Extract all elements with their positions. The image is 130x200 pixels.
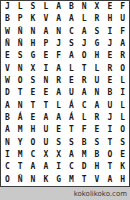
grid-cell-r15c9[interactable]: A [103, 174, 116, 186]
grid-cell-r6c3[interactable]: X [27, 63, 40, 75]
grid-cell-r13c1[interactable]: I [1, 149, 14, 161]
grid-cell-r3c2[interactable]: Ñ [14, 26, 27, 38]
footer-bar: kokolikoko.com [0, 187, 130, 200]
grid-cell-r2c10[interactable]: U [116, 13, 129, 25]
grid-cell-r4c9[interactable]: J [103, 38, 116, 50]
grid-cell-r6c6[interactable]: L [65, 63, 78, 75]
grid-cell-r2c5[interactable]: A [52, 13, 65, 25]
grid-cell-r12c1[interactable]: N [1, 137, 14, 149]
grid-cell-r8c4[interactable]: E [39, 87, 52, 99]
grid-cell-r6c1[interactable]: V [1, 63, 14, 75]
grid-cell-r3c3[interactable]: N [27, 26, 40, 38]
word-search-board: JLSLABNXEFBPKVAALRHUWÑNANCASIFÑÑHPJSJGJA… [0, 0, 130, 187]
grid-cell-r14c3[interactable]: A [27, 161, 40, 173]
grid-cell-r14c6[interactable]: C [65, 161, 78, 173]
grid-cell-r1c3[interactable]: S [27, 1, 40, 13]
grid-cell-r9c8[interactable]: A [91, 100, 104, 112]
grid-cell-r4c3[interactable]: H [27, 38, 40, 50]
grid-cell-r11c5[interactable]: E [52, 124, 65, 136]
grid-cell-r15c7[interactable]: T [78, 174, 91, 186]
grid-cell-r5c3[interactable]: G [27, 50, 40, 62]
grid-cell-r5c6[interactable]: A [65, 50, 78, 62]
grid-cell-r10c5[interactable]: A [52, 112, 65, 124]
grid-cell-r12c2[interactable]: Y [14, 137, 27, 149]
grid-cell-r10c6[interactable]: Á [65, 112, 78, 124]
grid-cell-r1c5[interactable]: A [52, 1, 65, 13]
grid-cell-r2c9[interactable]: H [103, 13, 116, 25]
grid-cell-r11c4[interactable]: U [39, 124, 52, 136]
grid-cell-r3c1[interactable]: W [1, 26, 14, 38]
grid-cell-r8c3[interactable]: E [27, 87, 40, 99]
grid-cell-r1c9[interactable]: E [103, 1, 116, 13]
grid-cell-r15c6[interactable]: M [65, 174, 78, 186]
grid-cell-r15c4[interactable]: K [39, 174, 52, 186]
grid-cell-r4c10[interactable]: A [116, 38, 129, 50]
grid-cell-r11c2[interactable]: M [14, 124, 27, 136]
grid-cell-r12c7[interactable]: B [78, 137, 91, 149]
grid-cell-r7c10[interactable]: L [116, 75, 129, 87]
grid-cell-r10c1[interactable]: B [1, 112, 14, 124]
grid-cell-r8c9[interactable]: B [103, 87, 116, 99]
grid-cell-r5c5[interactable]: F [52, 50, 65, 62]
grid-cell-r3c8[interactable]: S [91, 26, 104, 38]
grid-cell-r3c7[interactable]: A [78, 26, 91, 38]
grid-cell-r7c4[interactable]: N [39, 75, 52, 87]
grid-cell-r13c7[interactable]: M [78, 149, 91, 161]
grid-cell-r6c7[interactable]: T [78, 63, 91, 75]
grid-cell-r5c4[interactable]: E [39, 50, 52, 62]
grid-cell-r6c9[interactable]: R [103, 63, 116, 75]
grid-cell-r4c6[interactable]: S [65, 38, 78, 50]
grid-cell-r2c4[interactable]: V [39, 13, 52, 25]
grid-cell-r3c4[interactable]: A [39, 26, 52, 38]
grid-cell-r9c9[interactable]: U [103, 100, 116, 112]
grid-cell-r14c7[interactable]: D [78, 161, 91, 173]
grid-cell-r12c5[interactable]: S [52, 137, 65, 149]
grid-cell-r2c2[interactable]: P [14, 13, 27, 25]
grid-cell-r6c5[interactable]: A [52, 63, 65, 75]
grid-cell-r7c1[interactable]: W [1, 75, 14, 87]
grid-cell-r10c4[interactable]: A [39, 112, 52, 124]
grid-cell-r7c3[interactable]: S [27, 75, 40, 87]
grid-cell-r8c6[interactable]: U [65, 87, 78, 99]
grid-cell-r14c10[interactable]: K [116, 161, 129, 173]
grid-cell-r13c4[interactable]: X [39, 149, 52, 161]
grid-cell-r8c5[interactable]: A [52, 87, 65, 99]
grid-cell-r14c2[interactable]: T [14, 161, 27, 173]
grid-cell-r3c9[interactable]: I [103, 26, 116, 38]
grid-cell-r15c5[interactable]: G [52, 174, 65, 186]
grid-cell-r9c4[interactable]: T [39, 100, 52, 112]
grid-cell-r11c8[interactable]: E [91, 124, 104, 136]
grid-cell-r8c1[interactable]: D [1, 87, 14, 99]
grid-cell-r6c2[interactable]: N [14, 63, 27, 75]
grid-cell-r1c10[interactable]: F [116, 1, 129, 13]
grid-cell-r12c3[interactable]: O [27, 137, 40, 149]
grid-cell-r10c8[interactable]: R [91, 112, 104, 124]
grid-cell-r14c1[interactable]: C [1, 161, 14, 173]
grid-cell-r15c8[interactable]: V [91, 174, 104, 186]
grid-cell-r8c10[interactable]: I [116, 87, 129, 99]
grid-cell-r4c5[interactable]: J [52, 38, 65, 50]
grid-cell-r4c2[interactable]: Ñ [14, 38, 27, 50]
grid-cell-r6c10[interactable]: O [116, 63, 129, 75]
grid-cell-r5c8[interactable]: H [91, 50, 104, 62]
grid-cell-r3c10[interactable]: F [116, 26, 129, 38]
grid-cell-r12c10[interactable]: S [116, 137, 129, 149]
grid-cell-r9c2[interactable]: N [14, 100, 27, 112]
grid-cell-r2c8[interactable]: R [91, 13, 104, 25]
grid-cell-r13c6[interactable]: A [65, 149, 78, 161]
grid-cell-r11c6[interactable]: T [65, 124, 78, 136]
grid-cell-r10c10[interactable]: L [116, 112, 129, 124]
grid-cell-r5c9[interactable]: E [103, 50, 116, 62]
grid-cell-r11c9[interactable]: I [103, 124, 116, 136]
grid-cell-r9c3[interactable]: T [27, 100, 40, 112]
grid-cell-r1c7[interactable]: N [78, 1, 91, 13]
grid-cell-r11c7[interactable]: F [78, 124, 91, 136]
word-search-grid: JLSLABNXEFBPKVAALRHUWÑNANCASIFÑÑHPJSJGJA… [1, 1, 129, 186]
grid-cell-r4c4[interactable]: P [39, 38, 52, 50]
grid-cell-r3c5[interactable]: N [52, 26, 65, 38]
grid-cell-r12c4[interactable]: U [39, 137, 52, 149]
grid-cell-r7c9[interactable]: E [103, 75, 116, 87]
site-watermark: kokolikoko.com [74, 190, 130, 198]
grid-cell-r10c7[interactable]: L [78, 112, 91, 124]
grid-cell-r10c3[interactable]: E [27, 112, 40, 124]
grid-cell-r9c10[interactable]: L [116, 100, 129, 112]
grid-cell-r11c10[interactable]: O [116, 124, 129, 136]
grid-cell-r1c1[interactable]: J [1, 1, 14, 13]
grid-cell-r15c1[interactable]: O [1, 174, 14, 186]
grid-cell-r13c9[interactable]: O [103, 149, 116, 161]
grid-cell-r4c8[interactable]: G [91, 38, 104, 50]
grid-cell-r13c2[interactable]: M [14, 149, 27, 161]
grid-cell-r12c9[interactable]: T [103, 137, 116, 149]
grid-cell-r6c8[interactable]: L [91, 63, 104, 75]
grid-cell-r1c8[interactable]: X [91, 1, 104, 13]
grid-cell-r4c1[interactable]: Ñ [1, 38, 14, 50]
grid-cell-r7c8[interactable]: U [91, 75, 104, 87]
grid-cell-r9c7[interactable]: C [78, 100, 91, 112]
grid-cell-r14c9[interactable]: T [103, 161, 116, 173]
grid-cell-r1c2[interactable]: L [14, 1, 27, 13]
grid-cell-r12c8[interactable]: S [91, 137, 104, 149]
grid-cell-r2c1[interactable]: B [1, 13, 14, 25]
grid-cell-r15c10[interactable]: H [116, 174, 129, 186]
grid-cell-r5c10[interactable]: R [116, 50, 129, 62]
grid-cell-r5c7[interactable]: O [78, 50, 91, 62]
grid-cell-r13c10[interactable]: E [116, 149, 129, 161]
grid-cell-r8c2[interactable]: T [14, 87, 27, 99]
grid-cell-r13c3[interactable]: C [27, 149, 40, 161]
grid-cell-r5c1[interactable]: E [1, 50, 14, 62]
grid-cell-r10c2[interactable]: Á [14, 112, 27, 124]
grid-cell-r1c6[interactable]: B [65, 1, 78, 13]
grid-cell-r11c1[interactable]: A [1, 124, 14, 136]
grid-cell-r14c8[interactable]: H [91, 161, 104, 173]
grid-cell-r13c5[interactable]: X [52, 149, 65, 161]
grid-cell-r14c4[interactable]: A [39, 161, 52, 173]
grid-cell-r14c5[interactable]: I [52, 161, 65, 173]
grid-cell-r7c5[interactable]: R [52, 75, 65, 87]
grid-cell-r7c6[interactable]: E [65, 75, 78, 87]
grid-cell-r15c3[interactable]: N [27, 174, 40, 186]
grid-cell-r12c6[interactable]: S [65, 137, 78, 149]
grid-cell-r3c6[interactable]: C [65, 26, 78, 38]
grid-cell-r7c2[interactable]: O [14, 75, 27, 87]
grid-cell-r9c5[interactable]: L [52, 100, 65, 112]
grid-cell-r7c7[interactable]: R [78, 75, 91, 87]
grid-cell-r11c3[interactable]: H [27, 124, 40, 136]
grid-cell-r2c3[interactable]: K [27, 13, 40, 25]
grid-cell-r9c6[interactable]: Á [65, 100, 78, 112]
grid-cell-r15c2[interactable]: Ñ [14, 174, 27, 186]
grid-cell-r2c7[interactable]: L [78, 13, 91, 25]
grid-cell-r1c4[interactable]: L [39, 1, 52, 13]
grid-cell-r8c7[interactable]: A [78, 87, 91, 99]
grid-cell-r8c8[interactable]: N [91, 87, 104, 99]
grid-cell-r6c4[interactable]: I [39, 63, 52, 75]
grid-cell-r2c6[interactable]: A [65, 13, 78, 25]
grid-cell-r13c8[interactable]: B [91, 149, 104, 161]
grid-cell-r10c9[interactable]: J [103, 112, 116, 124]
grid-cell-r9c1[interactable]: A [1, 100, 14, 112]
grid-cell-r5c2[interactable]: S [14, 50, 27, 62]
grid-cell-r4c7[interactable]: J [78, 38, 91, 50]
